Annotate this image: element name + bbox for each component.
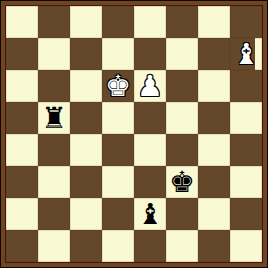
square-c4[interactable] — [70, 134, 102, 166]
chess-board: ♝♚♟♜♚♝ — [6, 6, 262, 262]
square-c5[interactable] — [70, 102, 102, 134]
square-a7[interactable] — [6, 38, 38, 70]
square-d1[interactable] — [102, 230, 134, 262]
square-e4[interactable] — [134, 134, 166, 166]
square-d2[interactable] — [102, 198, 134, 230]
square-c7[interactable] — [70, 38, 102, 70]
square-c3[interactable] — [70, 166, 102, 198]
square-h6[interactable] — [230, 70, 262, 102]
square-g4[interactable] — [198, 134, 230, 166]
square-a6[interactable] — [6, 70, 38, 102]
square-d8[interactable] — [102, 6, 134, 38]
square-e2[interactable]: ♝ — [134, 198, 166, 230]
square-a4[interactable] — [6, 134, 38, 166]
piece-white-king-d6[interactable]: ♚ — [105, 72, 131, 101]
square-c2[interactable] — [70, 198, 102, 230]
square-a8[interactable] — [6, 6, 38, 38]
square-a2[interactable] — [6, 198, 38, 230]
square-d3[interactable] — [102, 166, 134, 198]
square-b2[interactable] — [38, 198, 70, 230]
square-g7[interactable] — [198, 38, 230, 70]
square-f4[interactable] — [166, 134, 198, 166]
piece-black-king-f3[interactable]: ♚ — [169, 168, 195, 197]
square-f7[interactable] — [166, 38, 198, 70]
square-h8[interactable] — [230, 6, 262, 38]
piece-white-pawn-e6[interactable]: ♟ — [137, 72, 163, 101]
square-d6[interactable]: ♚ — [102, 70, 134, 102]
square-h4[interactable] — [230, 134, 262, 166]
square-d7[interactable] — [102, 38, 134, 70]
square-b4[interactable] — [38, 134, 70, 166]
square-b7[interactable] — [38, 38, 70, 70]
piece-black-rook-b5[interactable]: ♜ — [41, 104, 67, 133]
square-g5[interactable] — [198, 102, 230, 134]
square-b3[interactable] — [38, 166, 70, 198]
square-f6[interactable] — [166, 70, 198, 102]
square-g8[interactable] — [198, 6, 230, 38]
square-f8[interactable] — [166, 6, 198, 38]
square-f2[interactable] — [166, 198, 198, 230]
square-e1[interactable] — [134, 230, 166, 262]
square-c6[interactable] — [70, 70, 102, 102]
square-h2[interactable] — [230, 198, 262, 230]
square-f1[interactable] — [166, 230, 198, 262]
square-e5[interactable] — [134, 102, 166, 134]
square-e8[interactable] — [134, 6, 166, 38]
piece-white-bishop-h7[interactable]: ♝ — [233, 40, 259, 69]
square-g3[interactable] — [198, 166, 230, 198]
square-b8[interactable] — [38, 6, 70, 38]
square-d5[interactable] — [102, 102, 134, 134]
square-c8[interactable] — [70, 6, 102, 38]
square-b1[interactable] — [38, 230, 70, 262]
square-h1[interactable] — [230, 230, 262, 262]
square-g6[interactable] — [198, 70, 230, 102]
square-d4[interactable] — [102, 134, 134, 166]
square-e6[interactable]: ♟ — [134, 70, 166, 102]
square-a5[interactable] — [6, 102, 38, 134]
square-h3[interactable] — [230, 166, 262, 198]
square-e3[interactable] — [134, 166, 166, 198]
square-b5[interactable]: ♜ — [38, 102, 70, 134]
square-h7[interactable]: ♝ — [230, 38, 262, 70]
square-g2[interactable] — [198, 198, 230, 230]
square-h5[interactable] — [230, 102, 262, 134]
board-inner-border: ♝♚♟♜♚♝ — [5, 5, 263, 263]
square-a3[interactable] — [6, 166, 38, 198]
square-e7[interactable] — [134, 38, 166, 70]
square-a1[interactable] — [6, 230, 38, 262]
square-b6[interactable] — [38, 70, 70, 102]
square-g1[interactable] — [198, 230, 230, 262]
square-f5[interactable] — [166, 102, 198, 134]
square-f3[interactable]: ♚ — [166, 166, 198, 198]
chess-board-frame: ♝♚♟♜♚♝ — [0, 0, 268, 268]
square-c1[interactable] — [70, 230, 102, 262]
piece-black-bishop-e2[interactable]: ♝ — [137, 200, 163, 229]
